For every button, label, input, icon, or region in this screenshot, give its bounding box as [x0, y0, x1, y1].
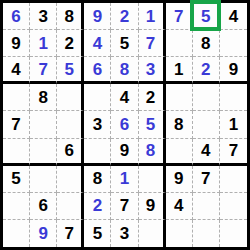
cell-r2c8[interactable]: 8 [193, 30, 220, 57]
cell-r3c5[interactable]: 8 [111, 57, 138, 84]
cell-r9c7[interactable] [166, 220, 193, 247]
cell-r3c9[interactable]: 9 [220, 57, 247, 84]
cell-r4c8[interactable] [193, 84, 220, 111]
cell-r7c9[interactable] [220, 166, 247, 193]
cell-r1c1[interactable]: 6 [3, 3, 30, 30]
cell-r1c2[interactable]: 3 [30, 3, 57, 30]
cell-r7c6[interactable] [139, 166, 166, 193]
sudoku-board: 6389217549124578475683129842736581698475… [0, 0, 250, 250]
cell-r9c8[interactable] [193, 220, 220, 247]
cell-r8c9[interactable] [220, 193, 247, 220]
cell-r9c5[interactable]: 3 [111, 220, 138, 247]
cell-r6c8[interactable]: 4 [193, 139, 220, 166]
cell-r2c2[interactable]: 1 [30, 30, 57, 57]
cell-r5c2[interactable] [30, 111, 57, 138]
cell-r7c2[interactable] [30, 166, 57, 193]
cell-r5c4[interactable]: 3 [84, 111, 111, 138]
cell-r6c9[interactable]: 7 [220, 139, 247, 166]
cell-r8c6[interactable]: 9 [139, 193, 166, 220]
cell-r9c9[interactable] [220, 220, 247, 247]
cell-r7c4[interactable]: 8 [84, 166, 111, 193]
cell-r3c4[interactable]: 6 [84, 57, 111, 84]
cell-r2c7[interactable] [166, 30, 193, 57]
cell-r6c6[interactable]: 8 [139, 139, 166, 166]
cell-r5c3[interactable] [57, 111, 84, 138]
cell-r5c5[interactable]: 6 [111, 111, 138, 138]
cell-r9c2[interactable]: 9 [30, 220, 57, 247]
cell-r5c7[interactable]: 8 [166, 111, 193, 138]
cell-r2c4[interactable]: 4 [84, 30, 111, 57]
cell-r7c7[interactable]: 9 [166, 166, 193, 193]
cell-r4c7[interactable] [166, 84, 193, 111]
cell-r3c8[interactable]: 2 [193, 57, 220, 84]
cell-r4c4[interactable] [84, 84, 111, 111]
cell-r7c5[interactable]: 1 [111, 166, 138, 193]
cell-r3c6[interactable]: 3 [139, 57, 166, 84]
cell-r9c6[interactable] [139, 220, 166, 247]
cell-r3c1[interactable]: 4 [3, 57, 30, 84]
cell-r1c9[interactable]: 4 [220, 3, 247, 30]
cell-r1c6[interactable]: 1 [139, 3, 166, 30]
cell-r2c6[interactable]: 7 [139, 30, 166, 57]
cell-r3c7[interactable]: 1 [166, 57, 193, 84]
cell-r8c8[interactable] [193, 193, 220, 220]
cell-r7c8[interactable]: 7 [193, 166, 220, 193]
cell-r1c3[interactable]: 8 [57, 3, 84, 30]
cell-r8c5[interactable]: 7 [111, 193, 138, 220]
cell-r2c1[interactable]: 9 [3, 30, 30, 57]
cell-r6c3[interactable]: 6 [57, 139, 84, 166]
cell-r9c1[interactable] [3, 220, 30, 247]
cell-r5c9[interactable]: 1 [220, 111, 247, 138]
cell-r2c5[interactable]: 5 [111, 30, 138, 57]
cell-r3c3[interactable]: 5 [57, 57, 84, 84]
cell-r4c2[interactable]: 8 [30, 84, 57, 111]
cell-r7c3[interactable] [57, 166, 84, 193]
cell-r1c5[interactable]: 2 [111, 3, 138, 30]
cell-r8c7[interactable]: 4 [166, 193, 193, 220]
cell-r4c1[interactable] [3, 84, 30, 111]
cell-r4c5[interactable]: 4 [111, 84, 138, 111]
cell-r8c2[interactable]: 6 [30, 193, 57, 220]
cell-r9c4[interactable]: 5 [84, 220, 111, 247]
cell-r2c3[interactable]: 2 [57, 30, 84, 57]
cell-r4c6[interactable]: 2 [139, 84, 166, 111]
cell-r3c2[interactable]: 7 [30, 57, 57, 84]
cell-r6c2[interactable] [30, 139, 57, 166]
cell-r7c1[interactable]: 5 [3, 166, 30, 193]
cell-r6c4[interactable] [84, 139, 111, 166]
cell-r6c7[interactable] [166, 139, 193, 166]
cell-r9c3[interactable]: 7 [57, 220, 84, 247]
cell-r8c1[interactable] [3, 193, 30, 220]
cell-r1c8-selected[interactable]: 5 [193, 3, 220, 30]
cell-r5c1[interactable]: 7 [3, 111, 30, 138]
cell-r1c7[interactable]: 7 [166, 3, 193, 30]
cell-r8c3[interactable] [57, 193, 84, 220]
cell-r5c6[interactable]: 5 [139, 111, 166, 138]
cell-r8c4[interactable]: 2 [84, 193, 111, 220]
cell-r4c3[interactable] [57, 84, 84, 111]
cell-r1c4[interactable]: 9 [84, 3, 111, 30]
cell-r4c9[interactable] [220, 84, 247, 111]
cell-r5c8[interactable] [193, 111, 220, 138]
cell-r2c9[interactable] [220, 30, 247, 57]
cell-r6c1[interactable] [3, 139, 30, 166]
cell-r6c5[interactable]: 9 [111, 139, 138, 166]
